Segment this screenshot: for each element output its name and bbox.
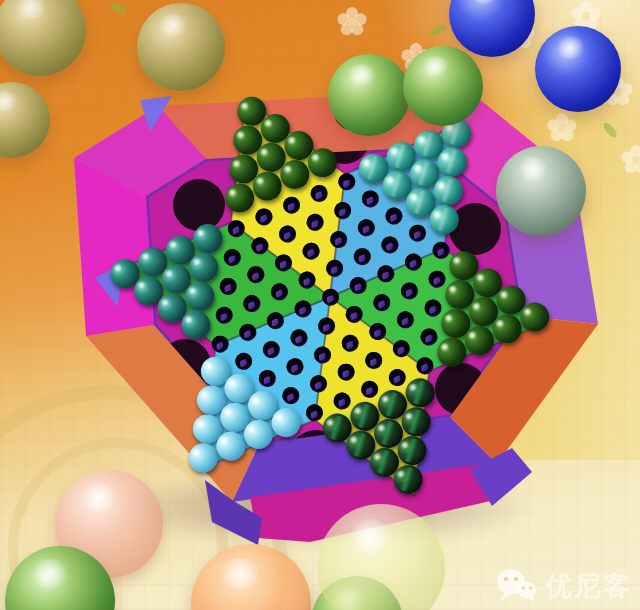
loose-marble-green-1[interactable] [328,54,410,136]
scene: 优尼客 [0,0,640,610]
brand-text: 优尼客 [545,568,632,604]
loose-marble-blue-2[interactable] [535,26,621,112]
watermark: 优尼客 [496,568,632,604]
loose-marble-green-2[interactable] [403,46,483,126]
loose-marble-grey-green-1[interactable] [496,146,586,236]
wechat-icon [496,568,538,604]
loose-marble-olive-2[interactable] [137,3,225,91]
